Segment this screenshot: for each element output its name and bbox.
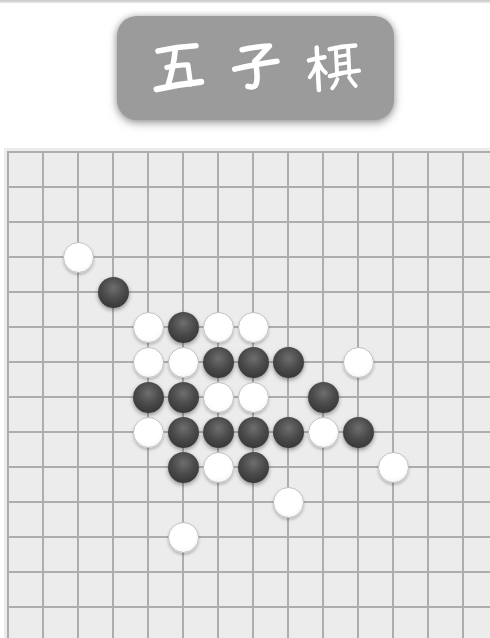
stone-white [203,382,234,413]
stone-black [168,382,199,413]
stone-black [203,347,234,378]
stone-black [133,382,164,413]
stone-black [203,417,234,448]
stone-white [343,347,374,378]
stone-black [168,312,199,343]
window-top-edge [0,0,490,3]
stone-black [98,277,129,308]
stone-black [168,417,199,448]
stone-black [168,452,199,483]
stone-white [133,347,164,378]
stone-white [133,417,164,448]
stones-layer [4,148,490,638]
stone-white [203,312,234,343]
stone-black [308,382,339,413]
stone-white [308,417,339,448]
title-char-qi [304,38,363,99]
stone-white [273,487,304,518]
board [4,148,490,638]
stone-black [343,417,374,448]
stone-white [203,452,234,483]
stone-white [133,312,164,343]
stone-black [238,347,269,378]
stone-white [238,312,269,343]
title-char-zi [226,38,285,99]
stone-white [63,242,94,273]
stone-black [273,347,304,378]
title-banner: 五子棋 [117,16,394,120]
stone-black [273,417,304,448]
stone-white [168,522,199,553]
stone-white [378,452,409,483]
page: { "game": "gomoku (五子棋 / Five in a Row)"… [0,0,490,638]
title-calligraphy [150,39,362,97]
stone-black [238,452,269,483]
stone-white [168,347,199,378]
stone-black [238,417,269,448]
stone-white [238,382,269,413]
title-char-wu [148,38,207,99]
